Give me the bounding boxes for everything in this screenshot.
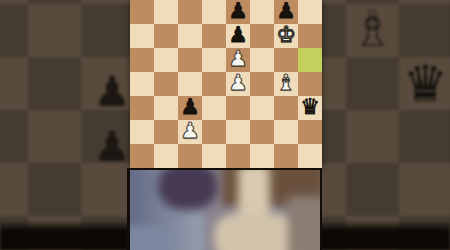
square-a3[interactable] xyxy=(130,96,154,120)
square-h4[interactable] xyxy=(298,72,322,96)
square-g2[interactable] xyxy=(274,120,298,144)
square-b3[interactable] xyxy=(154,96,178,120)
square-c2[interactable]: ♟ xyxy=(178,120,202,144)
background-square xyxy=(399,110,450,163)
square-f3[interactable] xyxy=(250,96,274,120)
black-queen-h3[interactable]: ♛ xyxy=(300,95,320,119)
square-f5[interactable] xyxy=(250,48,274,72)
square-e1[interactable] xyxy=(226,144,250,168)
square-d5[interactable] xyxy=(202,48,226,72)
webcam-blur-blob-6 xyxy=(127,226,172,250)
background-square xyxy=(28,110,81,163)
square-b2[interactable] xyxy=(154,120,178,144)
black-pawn-e7[interactable]: ♟ xyxy=(228,0,248,23)
background-square xyxy=(28,4,81,57)
background-square xyxy=(399,163,450,216)
square-b5[interactable] xyxy=(154,48,178,72)
square-f1[interactable] xyxy=(250,144,274,168)
white-pawn-c2[interactable]: ♟ xyxy=(180,119,200,143)
short-video-frame: ♗♛♟♟ ♟♟♟♚♟♟♝♟♛♟ xyxy=(0,0,450,250)
square-a7[interactable] xyxy=(130,0,154,24)
square-c6[interactable] xyxy=(178,24,202,48)
white-bishop-g4[interactable]: ♝ xyxy=(276,71,296,95)
square-c3[interactable]: ♟ xyxy=(178,96,202,120)
square-a5[interactable] xyxy=(130,48,154,72)
square-c5[interactable] xyxy=(178,48,202,72)
background-pawn-icon: ♟ xyxy=(88,125,136,169)
square-f6[interactable] xyxy=(250,24,274,48)
black-pawn-g7[interactable]: ♟ xyxy=(276,0,296,23)
square-f4[interactable] xyxy=(250,72,274,96)
chess-board[interactable]: ♟♟♟♚♟♟♝♟♛♟ xyxy=(130,0,322,168)
square-a6[interactable] xyxy=(130,24,154,48)
square-e7[interactable]: ♟ xyxy=(226,0,250,24)
square-b7[interactable] xyxy=(154,0,178,24)
background-queen-icon: ♛ xyxy=(399,57,450,110)
square-d6[interactable] xyxy=(202,24,226,48)
square-d4[interactable] xyxy=(202,72,226,96)
webcam-blur-blob-5 xyxy=(288,196,322,250)
square-h1[interactable] xyxy=(298,144,322,168)
background-square xyxy=(346,163,399,216)
square-g7[interactable]: ♟ xyxy=(274,0,298,24)
square-a1[interactable] xyxy=(130,144,154,168)
square-c4[interactable] xyxy=(178,72,202,96)
square-c1[interactable] xyxy=(178,144,202,168)
background-square xyxy=(399,4,450,57)
white-king-g6[interactable]: ♚ xyxy=(276,23,296,47)
square-b1[interactable] xyxy=(154,144,178,168)
square-g1[interactable] xyxy=(274,144,298,168)
background-square xyxy=(0,4,28,57)
background-square xyxy=(0,57,28,110)
white-pawn-e5[interactable]: ♟ xyxy=(228,47,248,71)
square-b6[interactable] xyxy=(154,24,178,48)
square-a2[interactable] xyxy=(130,120,154,144)
background-square xyxy=(81,4,134,57)
square-e4[interactable]: ♟ xyxy=(226,72,250,96)
square-a4[interactable] xyxy=(130,72,154,96)
square-e3[interactable] xyxy=(226,96,250,120)
black-pawn-e6[interactable]: ♟ xyxy=(228,23,248,47)
square-e6[interactable]: ♟ xyxy=(226,24,250,48)
square-b4[interactable] xyxy=(154,72,178,96)
background-square xyxy=(0,110,28,163)
square-g4[interactable]: ♝ xyxy=(274,72,298,96)
square-g3[interactable] xyxy=(274,96,298,120)
square-d7[interactable] xyxy=(202,0,226,24)
square-h3[interactable]: ♛ xyxy=(298,96,322,120)
background-square xyxy=(28,57,81,110)
background-bishop-icon: ♗ xyxy=(346,0,399,57)
square-g6[interactable]: ♚ xyxy=(274,24,298,48)
square-d2[interactable] xyxy=(202,120,226,144)
square-c7[interactable] xyxy=(178,0,202,24)
background-square xyxy=(28,163,81,216)
square-d1[interactable] xyxy=(202,144,226,168)
background-square xyxy=(0,163,28,216)
background-pawn-icon: ♟ xyxy=(88,70,136,114)
square-h5[interactable] xyxy=(298,48,322,72)
square-e2[interactable] xyxy=(226,120,250,144)
square-h2[interactable] xyxy=(298,120,322,144)
background-square xyxy=(346,110,399,163)
square-f2[interactable] xyxy=(250,120,274,144)
square-d3[interactable] xyxy=(202,96,226,120)
square-e5[interactable]: ♟ xyxy=(226,48,250,72)
webcam-video-strip xyxy=(127,168,322,250)
webcam-blur-blob-1 xyxy=(158,168,218,210)
white-pawn-e4[interactable]: ♟ xyxy=(228,71,248,95)
black-pawn-c3[interactable]: ♟ xyxy=(180,95,200,119)
background-square xyxy=(346,57,399,110)
square-h6[interactable] xyxy=(298,24,322,48)
square-g5[interactable] xyxy=(274,48,298,72)
square-h7[interactable] xyxy=(298,0,322,24)
square-f7[interactable] xyxy=(250,0,274,24)
